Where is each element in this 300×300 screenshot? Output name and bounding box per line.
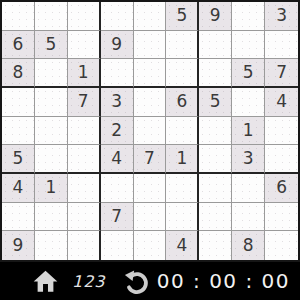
cell-r6c8[interactable]: 3 [232,145,265,174]
cell-r1c6[interactable]: 5 [166,2,199,31]
cell-r4c1[interactable] [2,88,35,117]
cell-r6c5[interactable]: 7 [134,145,167,174]
cell-r2c6[interactable] [166,31,199,60]
cell-r4c8[interactable] [232,88,265,117]
cell-r7c8[interactable] [232,174,265,203]
cell-r3c2[interactable] [35,59,68,88]
cell-r8c1[interactable] [2,203,35,232]
cell-r9c4[interactable] [101,231,134,260]
cell-r9c3[interactable] [68,231,101,260]
cell-r1c3[interactable] [68,2,101,31]
cell-r2c3[interactable] [68,31,101,60]
cell-r7c4[interactable] [101,174,134,203]
cell-r4c6[interactable]: 6 [166,88,199,117]
cell-r1c7[interactable]: 9 [199,2,232,31]
cell-r2c7[interactable] [199,31,232,60]
undo-icon [122,268,149,295]
home-button[interactable] [32,268,59,295]
cell-r8c5[interactable] [134,203,167,232]
cell-r4c2[interactable] [35,88,68,117]
cell-r8c2[interactable] [35,203,68,232]
cell-r7c1[interactable]: 4 [2,174,35,203]
number-mode-button[interactable]: 123 [72,272,106,291]
cell-r5c8[interactable]: 1 [232,117,265,146]
cell-r3c7[interactable] [199,59,232,88]
cell-r4c7[interactable]: 5 [199,88,232,117]
cell-r4c9[interactable]: 4 [265,88,298,117]
cell-r9c5[interactable] [134,231,167,260]
cell-r2c4[interactable]: 9 [101,31,134,60]
cell-r8c7[interactable] [199,203,232,232]
cell-r6c4[interactable]: 4 [101,145,134,174]
cell-r6c3[interactable] [68,145,101,174]
cell-r5c5[interactable] [134,117,167,146]
cell-r3c5[interactable] [134,59,167,88]
cell-r5c1[interactable] [2,117,35,146]
cell-r7c7[interactable] [199,174,232,203]
cell-r1c8[interactable] [232,2,265,31]
cell-r2c9[interactable] [265,31,298,60]
cell-r8c9[interactable] [265,203,298,232]
cell-r7c6[interactable] [166,174,199,203]
cell-r5c9[interactable] [265,117,298,146]
cell-r1c4[interactable] [101,2,134,31]
cell-r3c6[interactable] [166,59,199,88]
cell-r4c4[interactable]: 3 [101,88,134,117]
cell-r9c1[interactable]: 9 [2,231,35,260]
cell-r9c8[interactable]: 8 [232,231,265,260]
cell-r3c4[interactable] [101,59,134,88]
bottom-toolbar: 123 00 : 00 : 00 [0,262,300,300]
cell-r1c5[interactable] [134,2,167,31]
cell-r3c1[interactable]: 8 [2,59,35,88]
cell-r4c5[interactable] [134,88,167,117]
undo-button[interactable] [122,268,149,295]
cell-r5c3[interactable] [68,117,101,146]
cell-r2c1[interactable]: 6 [2,31,35,60]
cell-r3c9[interactable]: 7 [265,59,298,88]
timer-display: 00 : 00 : 00 [157,269,290,293]
cell-r8c6[interactable] [166,203,199,232]
cell-r6c1[interactable]: 5 [2,145,35,174]
cell-r7c3[interactable] [68,174,101,203]
cell-r9c7[interactable] [199,231,232,260]
cell-r6c7[interactable] [199,145,232,174]
cell-r1c9[interactable]: 3 [265,2,298,31]
cell-r1c2[interactable] [35,2,68,31]
cell-r5c2[interactable] [35,117,68,146]
cell-r9c9[interactable] [265,231,298,260]
cell-r9c6[interactable]: 4 [166,231,199,260]
cell-r9c2[interactable] [35,231,68,260]
cell-r7c5[interactable] [134,174,167,203]
cell-r8c4[interactable]: 7 [101,203,134,232]
home-icon [32,268,59,295]
cell-r8c3[interactable] [68,203,101,232]
cell-r3c8[interactable]: 5 [232,59,265,88]
cell-r2c5[interactable] [134,31,167,60]
sudoku-board: 59365981577365421547134167948 [0,0,300,262]
cell-r6c9[interactable] [265,145,298,174]
cell-r6c2[interactable] [35,145,68,174]
cell-r5c4[interactable]: 2 [101,117,134,146]
cell-r2c2[interactable]: 5 [35,31,68,60]
cell-r1c1[interactable] [2,2,35,31]
cell-r5c6[interactable] [166,117,199,146]
cell-r3c3[interactable]: 1 [68,59,101,88]
cell-r5c7[interactable] [199,117,232,146]
cell-r2c8[interactable] [232,31,265,60]
cell-r7c2[interactable]: 1 [35,174,68,203]
cell-r4c3[interactable]: 7 [68,88,101,117]
cell-r6c6[interactable]: 1 [166,145,199,174]
cell-r8c8[interactable] [232,203,265,232]
cell-r7c9[interactable]: 6 [265,174,298,203]
